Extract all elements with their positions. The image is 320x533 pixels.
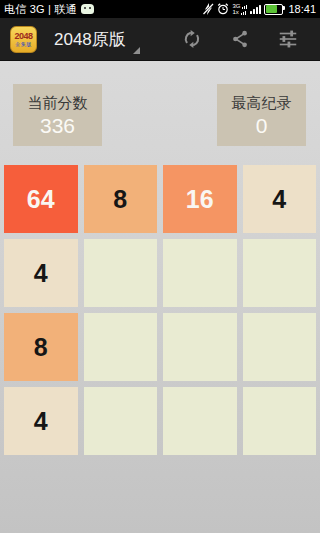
clock-label: 18:41 <box>288 0 316 18</box>
tune-sliders-icon <box>277 28 299 50</box>
status-bar-right: 3G 1x 18:41 <box>203 0 316 18</box>
spinner-caret-icon <box>133 47 140 54</box>
share-icon <box>230 29 250 49</box>
battery-icon <box>264 4 283 15</box>
action-bar: 2048 全集版 2048原版 <box>0 18 320 61</box>
empty-cell <box>84 239 158 307</box>
tile-4: 4 <box>4 387 78 455</box>
app-logo-subtext: 全集版 <box>15 41 32 47</box>
tile-16: 16 <box>163 165 237 233</box>
page-title: 2048原版 <box>54 30 126 49</box>
current-score-box: 当前分数 336 <box>13 84 102 146</box>
screen: 电信 3G | 联通 3G 1x 18:41 <box>0 0 320 533</box>
network-1x-label: 1x <box>232 9 238 15</box>
app-logo-text: 2048 <box>14 31 32 41</box>
current-score-value: 336 <box>40 114 75 138</box>
empty-cell <box>243 239 317 307</box>
action-buttons <box>168 18 312 61</box>
carrier-label: 电信 3G | 联通 <box>4 0 77 18</box>
tile-4: 4 <box>4 239 78 307</box>
status-bar: 电信 3G | 联通 3G 1x 18:41 <box>0 0 320 18</box>
share-button[interactable] <box>216 18 264 61</box>
flash-off-icon <box>203 3 214 15</box>
best-score-box: 最高纪录 0 <box>217 84 306 146</box>
app-logo-icon: 2048 全集版 <box>10 26 37 53</box>
empty-cell <box>84 313 158 381</box>
empty-cell <box>163 239 237 307</box>
signal-strength-icon <box>250 5 261 14</box>
tile-4: 4 <box>243 165 317 233</box>
mini-signal-bars <box>241 11 246 15</box>
empty-cell <box>163 313 237 381</box>
tile-8: 8 <box>84 165 158 233</box>
alarm-clock-icon <box>217 3 229 15</box>
best-score-value: 0 <box>256 114 268 138</box>
settings-button[interactable] <box>264 18 312 61</box>
title-spinner[interactable]: 2048原版 <box>54 28 140 51</box>
network-type-indicator: 3G 1x <box>232 3 247 15</box>
empty-cell <box>243 313 317 381</box>
tile-8: 8 <box>4 313 78 381</box>
empty-cell <box>243 387 317 455</box>
best-score-label: 最高纪录 <box>232 93 292 112</box>
restart-button[interactable] <box>168 18 216 61</box>
empty-cell <box>163 387 237 455</box>
empty-cell <box>84 387 158 455</box>
board[interactable]: 648164484 <box>4 165 316 455</box>
current-score-label: 当前分数 <box>28 93 88 112</box>
notification-icon <box>81 4 94 14</box>
refresh-icon <box>181 28 203 50</box>
tile-64: 64 <box>4 165 78 233</box>
score-panel: 当前分数 336 最高纪录 0 <box>13 84 306 146</box>
